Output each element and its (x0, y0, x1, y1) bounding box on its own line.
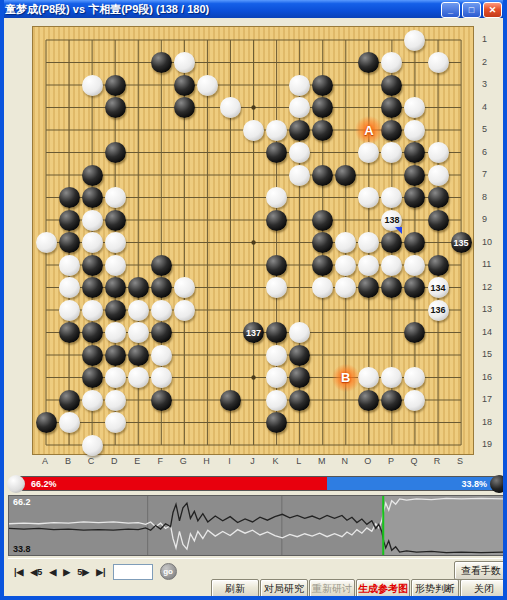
maximize-button[interactable]: □ (462, 2, 481, 18)
stone-M5 (312, 120, 333, 141)
stone-N11 (335, 255, 356, 276)
winrate-graph[interactable]: 66.2 33.8 (8, 495, 507, 556)
column-label-F: F (158, 456, 164, 466)
suggested-move-B[interactable]: B (332, 364, 360, 392)
column-label-M: M (318, 456, 326, 466)
close-window-button[interactable]: 关闭 (460, 579, 507, 598)
row-label-8: 8 (482, 192, 487, 202)
row-label-4: 4 (482, 102, 487, 112)
column-label-H: H (203, 456, 210, 466)
stone-F15 (151, 345, 172, 366)
stone-M9 (312, 210, 333, 231)
title-bar[interactable]: 童梦成(P8段) vs 卞相壹(P9段) (138 / 180) _ □ ✕ (0, 0, 507, 18)
stone-C7 (82, 165, 103, 186)
stone-D11 (105, 255, 126, 276)
suggested-move-A[interactable]: A (355, 116, 383, 144)
stone-B9 (59, 210, 80, 231)
forward-button[interactable]: ▶ (63, 567, 70, 577)
row-label-2: 2 (482, 57, 487, 67)
stone-Q5 (404, 120, 425, 141)
stone-D6 (105, 142, 126, 163)
stone-R8 (428, 187, 449, 208)
close-button[interactable]: ✕ (483, 2, 502, 18)
stone-P3 (381, 75, 402, 96)
stone-C11 (82, 255, 103, 276)
stone-D16 (105, 367, 126, 388)
stone-L17 (289, 390, 310, 411)
stone-M11 (312, 255, 333, 276)
stone-F16 (151, 367, 172, 388)
stone-L6 (289, 142, 310, 163)
stone-F14 (151, 322, 172, 343)
stone-F17 (151, 390, 172, 411)
stone-M3 (312, 75, 333, 96)
row-label-14: 14 (482, 327, 492, 337)
first-move-button[interactable]: |◀ (14, 567, 23, 577)
row-label-1: 1 (482, 34, 487, 44)
stone-E12 (128, 277, 149, 298)
stone-P11 (381, 255, 402, 276)
stone-K14 (266, 322, 287, 343)
stone-J5 (243, 120, 264, 141)
row-label-19: 19 (482, 439, 492, 449)
row-label-13: 13 (482, 304, 492, 314)
stone-D3 (105, 75, 126, 96)
stone-B10 (59, 232, 80, 253)
stone-C16 (82, 367, 103, 388)
stone-D4 (105, 97, 126, 118)
stone-C10 (82, 232, 103, 253)
stone-G3 (174, 75, 195, 96)
stone-D9 (105, 210, 126, 231)
last-move-button[interactable]: ▶| (96, 567, 105, 577)
move-number-input[interactable] (113, 564, 153, 580)
game-research-button[interactable]: 对局研究 (260, 579, 308, 598)
stone-H3 (197, 75, 218, 96)
stone-C19 (82, 435, 103, 456)
row-labels: 12345678910111213141516171819 (474, 26, 507, 455)
stone-C9 (82, 210, 103, 231)
column-label-E: E (134, 456, 140, 466)
column-label-S: S (457, 456, 463, 466)
stone-G2 (174, 52, 195, 73)
stone-R11 (428, 255, 449, 276)
last-move-marker-icon (395, 227, 402, 234)
column-label-C: C (88, 456, 95, 466)
stone-B14 (59, 322, 80, 343)
stone-R12: 134 (428, 277, 449, 298)
stone-D14 (105, 322, 126, 343)
stone-G12 (174, 277, 195, 298)
column-label-L: L (296, 456, 301, 466)
move-number-label: 136 (428, 300, 449, 321)
window-title: 童梦成(P8段) vs 卞相壹(P9段) (138 / 180) (0, 2, 209, 17)
stone-R9 (428, 210, 449, 231)
stone-C13 (82, 300, 103, 321)
back-5-button[interactable]: ◀5 (30, 567, 42, 577)
stone-B13 (59, 300, 80, 321)
stone-G13 (174, 300, 195, 321)
stone-D10 (105, 232, 126, 253)
stone-R13: 136 (428, 300, 449, 321)
column-label-J: J (250, 456, 255, 466)
move-number-label: 134 (428, 277, 449, 298)
generate-reference-button[interactable]: 生成参考图 (356, 579, 410, 598)
white-stone-icon (7, 475, 25, 493)
stone-B11 (59, 255, 80, 276)
control-panel: |◀ ◀5 ◀ ▶ 5▶ ▶| go 查看手数 刷新 对局研究 重新研讨 生成参… (8, 558, 507, 597)
stone-P5 (381, 120, 402, 141)
winrate-graph-svg (9, 496, 506, 555)
row-label-9: 9 (482, 214, 487, 224)
column-label-D: D (111, 456, 118, 466)
stone-B8 (59, 187, 80, 208)
row-label-17: 17 (482, 394, 492, 404)
back-button[interactable]: ◀ (49, 567, 56, 577)
stone-B17 (59, 390, 80, 411)
stone-O17 (358, 390, 379, 411)
stone-C12 (82, 277, 103, 298)
graph-top-label: 66.2 (13, 497, 31, 507)
stone-K17 (266, 390, 287, 411)
stone-A18 (36, 412, 57, 433)
column-label-A: A (42, 456, 48, 466)
suggestion-letter: A (364, 123, 373, 138)
go-button[interactable]: go (160, 563, 177, 580)
row-label-7: 7 (482, 169, 487, 179)
stone-Q7 (404, 165, 425, 186)
winrate-track: 66.2% 33.8% (18, 476, 498, 491)
column-label-K: K (273, 456, 279, 466)
stone-L4 (289, 97, 310, 118)
stone-F2 (151, 52, 172, 73)
stone-L14 (289, 322, 310, 343)
column-label-Q: Q (410, 456, 417, 466)
move-number-label: 137 (243, 322, 264, 343)
stone-L15 (289, 345, 310, 366)
stone-D18 (105, 412, 126, 433)
row-label-11: 11 (482, 259, 491, 269)
stone-Q11 (404, 255, 425, 276)
stone-J14: 137 (243, 322, 264, 343)
stone-L5 (289, 120, 310, 141)
stone-C17 (82, 390, 103, 411)
stone-S10: 135 (451, 232, 472, 253)
white-winrate-segment (19, 477, 327, 490)
stone-B18 (59, 412, 80, 433)
stone-F13 (151, 300, 172, 321)
stone-K16 (266, 367, 287, 388)
graph-bottom-label: 33.8 (13, 544, 31, 554)
column-label-N: N (342, 456, 349, 466)
column-label-I: I (228, 456, 231, 466)
stone-Q1 (404, 30, 425, 51)
move-number-label: 135 (451, 232, 472, 253)
stone-K15 (266, 345, 287, 366)
black-winrate-value: 33.8% (461, 477, 487, 490)
stone-L3 (289, 75, 310, 96)
stone-D8 (105, 187, 126, 208)
stone-E16 (128, 367, 149, 388)
column-label-G: G (180, 456, 187, 466)
stone-K18 (266, 412, 287, 433)
stone-F11 (151, 255, 172, 276)
move-navigation: |◀ ◀5 ◀ ▶ 5▶ ▶| go (14, 563, 177, 580)
column-labels: ABCDEFGHIJKLMNOPQRS (32, 456, 474, 471)
row-label-3: 3 (482, 79, 487, 89)
stone-N7 (335, 165, 356, 186)
stone-R2 (428, 52, 449, 73)
go-board[interactable]: 138135134136137AB (32, 26, 474, 455)
column-label-B: B (65, 456, 71, 466)
stone-O11 (358, 255, 379, 276)
stone-Q17 (404, 390, 425, 411)
column-label-P: P (388, 456, 394, 466)
rediscuss-button[interactable]: 重新研讨 (309, 579, 355, 598)
stone-R6 (428, 142, 449, 163)
stone-L7 (289, 165, 310, 186)
stone-I4 (220, 97, 241, 118)
stone-C8 (82, 187, 103, 208)
row-label-10: 10 (482, 237, 492, 247)
stone-K11 (266, 255, 287, 276)
row-label-18: 18 (482, 417, 492, 427)
column-label-R: R (434, 456, 441, 466)
app-window: 童梦成(P8段) vs 卞相壹(P9段) (138 / 180) _ □ ✕ 1… (0, 0, 507, 600)
stone-C14 (82, 322, 103, 343)
stone-C15 (82, 345, 103, 366)
stone-D12 (105, 277, 126, 298)
row-label-12: 12 (482, 282, 492, 292)
stone-K8 (266, 187, 287, 208)
white-winrate-value: 66.2% (31, 477, 57, 490)
view-moves-button[interactable]: 查看手数 (454, 561, 507, 580)
stone-R7 (428, 165, 449, 186)
stone-G4 (174, 97, 195, 118)
stone-P17 (381, 390, 402, 411)
stone-K12 (266, 277, 287, 298)
suggestion-letter: B (341, 370, 350, 385)
stone-D13 (105, 300, 126, 321)
stone-D15 (105, 345, 126, 366)
stone-M7 (312, 165, 333, 186)
column-label-O: O (364, 456, 371, 466)
minimize-button[interactable]: _ (441, 2, 460, 18)
row-label-15: 15 (482, 349, 492, 359)
row-label-16: 16 (482, 372, 492, 382)
winrate-bar: 66.2% 33.8% (7, 474, 507, 493)
stone-C3 (82, 75, 103, 96)
position-judgment-button[interactable]: 形势判断 (411, 579, 459, 598)
stone-F12 (151, 277, 172, 298)
stone-I17 (220, 390, 241, 411)
forward-5-button[interactable]: 5▶ (77, 567, 89, 577)
row-label-5: 5 (482, 124, 487, 134)
stone-E14 (128, 322, 149, 343)
black-stone-icon (490, 475, 507, 493)
stone-E13 (128, 300, 149, 321)
stone-A10 (36, 232, 57, 253)
refresh-button[interactable]: 刷新 (211, 579, 259, 598)
stone-D17 (105, 390, 126, 411)
stone-K6 (266, 142, 287, 163)
stone-B12 (59, 277, 80, 298)
row-label-6: 6 (482, 147, 487, 157)
stone-K5 (266, 120, 287, 141)
stone-L16 (289, 367, 310, 388)
stone-K9 (266, 210, 287, 231)
stone-E15 (128, 345, 149, 366)
